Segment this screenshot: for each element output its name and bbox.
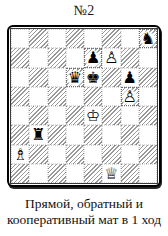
chess-board: ♞♟♙♛♚♟♙♔♜♗♕	[11, 29, 157, 183]
square-c3	[48, 125, 66, 144]
square-e6: ♚	[84, 68, 102, 87]
square-g1	[121, 164, 139, 183]
square-a1	[11, 164, 29, 183]
piece-black-king-e6: ♚	[86, 68, 100, 87]
piece-white-queen-f1: ♕	[104, 164, 118, 183]
square-e1	[84, 164, 102, 183]
square-b5	[29, 87, 47, 106]
square-d8	[66, 29, 84, 48]
square-a3	[11, 125, 29, 144]
piece-white-bishop-a2: ♗	[13, 145, 27, 164]
piece-black-queen-d6: ♛	[68, 68, 82, 87]
square-c8	[48, 29, 66, 48]
piece-white-pawn-f7: ♙	[104, 48, 118, 67]
puzzle-number: №2	[0, 3, 168, 20]
square-c4	[48, 106, 66, 125]
square-a8	[11, 29, 29, 48]
piece-black-pawn-g6: ♟	[122, 68, 136, 87]
square-f4	[102, 106, 120, 125]
square-e4: ♔	[84, 106, 102, 125]
square-f7: ♙	[102, 48, 120, 67]
square-c1	[48, 164, 66, 183]
puzzle-caption: Прямой, обратный и кооперативный мат в 1…	[0, 196, 168, 228]
square-f1: ♕	[102, 164, 120, 183]
square-a5	[11, 87, 29, 106]
square-g4	[121, 106, 139, 125]
square-b4	[29, 106, 47, 125]
square-d6: ♛	[66, 68, 84, 87]
square-h4	[139, 106, 157, 125]
chess-board-frame: ♞♟♙♛♚♟♙♔♜♗♕	[7, 25, 161, 187]
piece-black-rook-b3: ♜	[31, 125, 45, 144]
square-b1	[29, 164, 47, 183]
square-d4	[66, 106, 84, 125]
square-e2	[84, 145, 102, 164]
square-e5	[84, 87, 102, 106]
square-b2	[29, 145, 47, 164]
square-a6	[11, 68, 29, 87]
square-g6: ♟	[121, 68, 139, 87]
square-h3	[139, 125, 157, 144]
square-e3	[84, 125, 102, 144]
square-c7	[48, 48, 66, 67]
square-d2	[66, 145, 84, 164]
square-d5	[66, 87, 84, 106]
square-h1	[139, 164, 157, 183]
square-g7	[121, 48, 139, 67]
square-f6	[102, 68, 120, 87]
piece-black-pawn-e7: ♟	[86, 48, 100, 67]
square-h8: ♞	[139, 29, 157, 48]
square-b3: ♜	[29, 125, 47, 144]
square-h2	[139, 145, 157, 164]
square-b8	[29, 29, 47, 48]
square-g8	[121, 29, 139, 48]
square-h5	[139, 87, 157, 106]
caption-line-1: Прямой, обратный и	[0, 196, 168, 212]
square-a4	[11, 106, 29, 125]
square-f8	[102, 29, 120, 48]
square-f5	[102, 87, 120, 106]
square-e7: ♟	[84, 48, 102, 67]
square-a7	[11, 48, 29, 67]
square-f3	[102, 125, 120, 144]
square-f2	[102, 145, 120, 164]
square-g2	[121, 145, 139, 164]
square-c6	[48, 68, 66, 87]
caption-line-2: кооперативный мат в 1 ход	[0, 212, 168, 228]
square-d3	[66, 125, 84, 144]
square-b7	[29, 48, 47, 67]
piece-black-knight-h8: ♞	[141, 29, 155, 48]
square-e8	[84, 29, 102, 48]
square-g3	[121, 125, 139, 144]
square-c2	[48, 145, 66, 164]
square-h7	[139, 48, 157, 67]
square-a2: ♗	[11, 145, 29, 164]
piece-white-king-e4: ♔	[86, 106, 100, 125]
square-c5	[48, 87, 66, 106]
square-b6	[29, 68, 47, 87]
square-d1	[66, 164, 84, 183]
square-h6	[139, 68, 157, 87]
piece-white-pawn-g5: ♙	[122, 87, 136, 106]
square-d7	[66, 48, 84, 67]
square-g5: ♙	[121, 87, 139, 106]
